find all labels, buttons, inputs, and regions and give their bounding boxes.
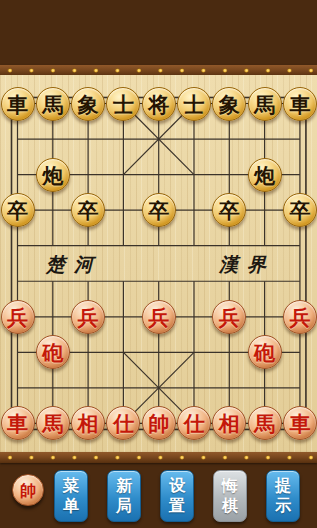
xiangqi-board[interactable]: 楚河 漢界 車馬象士将士象馬車炮炮卒卒卒卒卒兵兵兵兵兵砲砲車馬相仕帥仕相馬車: [0, 75, 317, 452]
piece-black-r0c7[interactable]: 馬: [248, 87, 282, 121]
piece-black-r3c2[interactable]: 卒: [71, 193, 105, 227]
river-label-left: 楚河: [46, 252, 102, 276]
stud-strip-bottom: [0, 452, 317, 463]
piece-black-r0c1[interactable]: 馬: [36, 87, 70, 121]
piece-black-r0c3[interactable]: 士: [106, 87, 140, 121]
menu-button[interactable]: 菜 单: [54, 470, 88, 522]
app-window: 楚河 漢界 車馬象士将士象馬車炮炮卒卒卒卒卒兵兵兵兵兵砲砲車馬相仕帥仕相馬車 帥…: [0, 0, 317, 528]
piece-red-r6c4[interactable]: 兵: [142, 300, 176, 334]
piece-red-r6c8[interactable]: 兵: [283, 300, 317, 334]
piece-red-r9c4[interactable]: 帥: [142, 406, 176, 440]
undo-button[interactable]: 悔 棋: [213, 470, 247, 522]
piece-red-r9c7[interactable]: 馬: [248, 406, 282, 440]
piece-black-r3c8[interactable]: 卒: [283, 193, 317, 227]
river-label-right: 漢界: [219, 252, 275, 276]
turn-indicator-piece: 帥: [12, 474, 44, 506]
piece-black-r0c5[interactable]: 士: [177, 87, 211, 121]
piece-red-r7c7[interactable]: 砲: [248, 335, 282, 369]
piece-black-r0c8[interactable]: 車: [283, 87, 317, 121]
piece-black-r0c0[interactable]: 車: [1, 87, 35, 121]
toolbar: 菜 单新 局设 置悔 棋提 示: [54, 470, 300, 522]
piece-black-r2c1[interactable]: 炮: [36, 158, 70, 192]
piece-red-r7c1[interactable]: 砲: [36, 335, 70, 369]
piece-black-r2c7[interactable]: 炮: [248, 158, 282, 192]
piece-red-r6c6[interactable]: 兵: [212, 300, 246, 334]
piece-red-r9c0[interactable]: 車: [1, 406, 35, 440]
piece-red-r6c2[interactable]: 兵: [71, 300, 105, 334]
piece-black-r3c0[interactable]: 卒: [1, 193, 35, 227]
piece-red-r9c1[interactable]: 馬: [36, 406, 70, 440]
piece-black-r3c4[interactable]: 卒: [142, 193, 176, 227]
piece-black-r0c2[interactable]: 象: [71, 87, 105, 121]
settings-button[interactable]: 设 置: [160, 470, 194, 522]
new-game-button[interactable]: 新 局: [107, 470, 141, 522]
piece-black-r0c6[interactable]: 象: [212, 87, 246, 121]
piece-black-r0c4[interactable]: 将: [142, 87, 176, 121]
piece-red-r6c0[interactable]: 兵: [1, 300, 35, 334]
hint-button[interactable]: 提 示: [266, 470, 300, 522]
